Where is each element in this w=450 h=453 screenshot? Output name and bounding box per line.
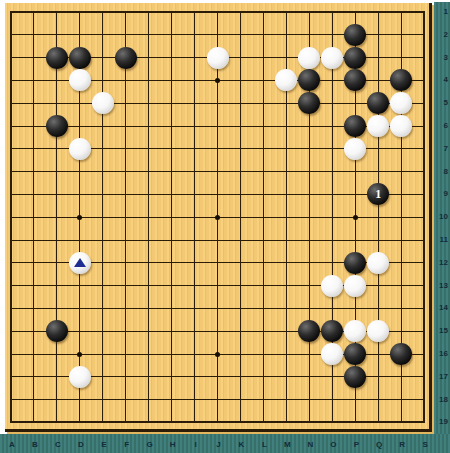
white-stone: [344, 320, 366, 342]
white-stone: [390, 92, 412, 114]
board-frame: 1: [5, 3, 432, 432]
row-label: 18: [434, 395, 448, 405]
black-stone: [390, 69, 412, 91]
column-label: O: [326, 440, 340, 449]
row-label: 6: [434, 121, 448, 131]
white-stone: [321, 343, 343, 365]
black-stone: [115, 47, 137, 69]
row-label: 13: [434, 281, 448, 291]
row-label: 10: [434, 212, 448, 222]
white-stone: [321, 275, 343, 297]
white-stone: [367, 252, 389, 274]
white-stone: [207, 47, 229, 69]
white-stone: [275, 69, 297, 91]
white-stone: [344, 275, 366, 297]
star-point: [77, 352, 82, 357]
grid-line-horizontal: [10, 421, 425, 423]
column-label: H: [166, 440, 180, 449]
column-label: N: [303, 440, 317, 449]
black-stone: [46, 115, 68, 137]
row-label: 8: [434, 167, 448, 177]
grid-line-vertical: [240, 11, 241, 423]
white-stone: [390, 115, 412, 137]
white-stone: [367, 115, 389, 137]
column-label: G: [143, 440, 157, 449]
board-surface[interactable]: 1: [5, 3, 429, 429]
column-label: I: [189, 440, 203, 449]
star-point: [353, 215, 358, 220]
white-stone: [298, 47, 320, 69]
bottom-coordinate-bar: ABCDEFGHIJKLMNOPQRS: [0, 434, 450, 453]
right-coordinate-bar: 12345678910111213141516171819: [434, 2, 450, 453]
move-number-label: 1: [367, 183, 389, 205]
grid-line-horizontal: [10, 308, 425, 309]
column-label: J: [212, 440, 226, 449]
star-point: [215, 215, 220, 220]
white-stone: [69, 69, 91, 91]
black-stone: [298, 92, 320, 114]
grid-line-horizontal: [10, 399, 425, 400]
white-stone: [69, 138, 91, 160]
go-board-viewer: 1 12345678910111213141516171819 ABCDEFGH…: [0, 0, 450, 453]
row-label: 17: [434, 372, 448, 382]
star-point: [215, 78, 220, 83]
star-point: [77, 215, 82, 220]
column-label: F: [120, 440, 134, 449]
black-stone: [69, 47, 91, 69]
white-stone: [92, 92, 114, 114]
column-label: Q: [372, 440, 386, 449]
white-stone: [344, 138, 366, 160]
row-label: 14: [434, 303, 448, 313]
row-label: 3: [434, 53, 448, 63]
white-stone: [367, 320, 389, 342]
black-stone: [344, 366, 366, 388]
row-label: 16: [434, 349, 448, 359]
row-label: 2: [434, 30, 448, 40]
black-stone: [344, 115, 366, 137]
column-label: R: [395, 440, 409, 449]
column-label: K: [235, 440, 249, 449]
black-stone: [344, 252, 366, 274]
black-stone: [344, 47, 366, 69]
row-label: 19: [434, 417, 448, 427]
triangle-marker-icon: [74, 258, 86, 267]
black-stone: [46, 320, 68, 342]
column-label: M: [280, 440, 294, 449]
grid-line-vertical: [423, 11, 425, 423]
star-point: [215, 352, 220, 357]
black-stone: [344, 69, 366, 91]
grid-line-vertical: [378, 11, 379, 423]
black-stone: [46, 47, 68, 69]
grid-line-vertical: [263, 11, 264, 423]
black-stone: [344, 24, 366, 46]
column-label: S: [418, 440, 432, 449]
black-stone: [298, 320, 320, 342]
white-stone: [69, 366, 91, 388]
column-label: C: [51, 440, 65, 449]
row-label: 12: [434, 258, 448, 268]
white-stone: [321, 47, 343, 69]
black-stone: [298, 69, 320, 91]
column-label: B: [28, 440, 42, 449]
row-label: 9: [434, 189, 448, 199]
black-stone: [367, 92, 389, 114]
row-label: 5: [434, 98, 448, 108]
black-stone: [321, 320, 343, 342]
black-stone: [390, 343, 412, 365]
row-label: 4: [434, 75, 448, 85]
column-label: D: [74, 440, 88, 449]
column-label: A: [5, 440, 19, 449]
column-label: P: [349, 440, 363, 449]
row-label: 11: [434, 235, 448, 245]
column-label: E: [97, 440, 111, 449]
row-label: 15: [434, 326, 448, 336]
row-label: 1: [434, 7, 448, 17]
grid-line-horizontal: [10, 240, 425, 241]
column-label: L: [257, 440, 271, 449]
row-label: 7: [434, 144, 448, 154]
black-stone: [344, 343, 366, 365]
